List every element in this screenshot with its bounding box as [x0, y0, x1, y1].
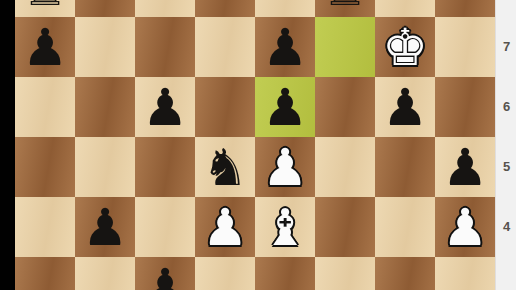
black-rook-f8[interactable]: ♜: [315, 0, 375, 17]
square-f3[interactable]: [315, 257, 375, 290]
square-h4[interactable]: ♟: [435, 197, 495, 257]
square-a6[interactable]: [15, 77, 75, 137]
black-pawn-e7[interactable]: ♟: [255, 17, 315, 77]
square-d3[interactable]: [195, 257, 255, 290]
square-e8[interactable]: [255, 0, 315, 17]
square-f6[interactable]: [315, 77, 375, 137]
square-d5[interactable]: ♞: [195, 137, 255, 197]
square-g6[interactable]: ♟: [375, 77, 435, 137]
square-f7[interactable]: [315, 17, 375, 77]
square-d7[interactable]: [195, 17, 255, 77]
black-pawn-g6[interactable]: ♟: [375, 77, 435, 137]
square-e6[interactable]: ♟: [255, 77, 315, 137]
rank-label-6: 6: [496, 99, 516, 114]
square-a5[interactable]: [15, 137, 75, 197]
square-a8[interactable]: ♜: [15, 0, 75, 17]
square-g3[interactable]: [375, 257, 435, 290]
square-g5[interactable]: [375, 137, 435, 197]
chess-board[interactable]: ♜♜♟♟♚♟♟♟♞♟♟♟♟♝♟♟: [15, 0, 495, 290]
square-e5[interactable]: ♟: [255, 137, 315, 197]
square-c3[interactable]: ♟: [135, 257, 195, 290]
square-h3[interactable]: [435, 257, 495, 290]
square-g7[interactable]: ♚: [375, 17, 435, 77]
black-pawn-a7[interactable]: ♟: [15, 17, 75, 77]
square-e7[interactable]: ♟: [255, 17, 315, 77]
square-b7[interactable]: [75, 17, 135, 77]
square-h5[interactable]: ♟: [435, 137, 495, 197]
square-g4[interactable]: [375, 197, 435, 257]
square-g8[interactable]: [375, 0, 435, 17]
board-viewport: ♜♜♟♟♚♟♟♟♞♟♟♟♟♝♟♟ 7654: [0, 0, 516, 290]
rank-label-5: 5: [496, 159, 516, 174]
black-pawn-c3[interactable]: ♟: [135, 257, 195, 290]
square-c8[interactable]: [135, 0, 195, 17]
square-c4[interactable]: [135, 197, 195, 257]
square-h6[interactable]: [435, 77, 495, 137]
rank-label-4: 4: [496, 219, 516, 234]
square-d8[interactable]: [195, 0, 255, 17]
letterbox-strip: [0, 0, 13, 290]
square-h8[interactable]: [435, 0, 495, 17]
square-b6[interactable]: [75, 77, 135, 137]
square-a7[interactable]: ♟: [15, 17, 75, 77]
square-f8[interactable]: ♜: [315, 0, 375, 17]
square-a4[interactable]: [15, 197, 75, 257]
rank-coordinates-gutter: 7654: [495, 0, 516, 290]
black-pawn-c6[interactable]: ♟: [135, 77, 195, 137]
square-f5[interactable]: [315, 137, 375, 197]
square-b8[interactable]: [75, 0, 135, 17]
square-b3[interactable]: [75, 257, 135, 290]
rank-label-7: 7: [496, 39, 516, 54]
black-rook-a8[interactable]: ♜: [15, 0, 75, 17]
white-bishop-e4[interactable]: ♝: [255, 197, 315, 257]
white-pawn-d4[interactable]: ♟: [195, 197, 255, 257]
white-pawn-h4[interactable]: ♟: [435, 197, 495, 257]
square-h7[interactable]: [435, 17, 495, 77]
black-pawn-b4[interactable]: ♟: [75, 197, 135, 257]
square-d4[interactable]: ♟: [195, 197, 255, 257]
square-a3[interactable]: [15, 257, 75, 290]
square-b5[interactable]: [75, 137, 135, 197]
square-c6[interactable]: ♟: [135, 77, 195, 137]
black-pawn-h5[interactable]: ♟: [435, 137, 495, 197]
square-b4[interactable]: ♟: [75, 197, 135, 257]
square-e3[interactable]: [255, 257, 315, 290]
white-pawn-e5[interactable]: ♟: [255, 137, 315, 197]
square-f4[interactable]: [315, 197, 375, 257]
square-c7[interactable]: [135, 17, 195, 77]
black-pawn-e6[interactable]: ♟: [255, 77, 315, 137]
white-king-g7[interactable]: ♚: [375, 17, 435, 77]
black-knight-d5[interactable]: ♞: [195, 137, 255, 197]
square-d6[interactable]: [195, 77, 255, 137]
square-c5[interactable]: [135, 137, 195, 197]
square-e4[interactable]: ♝: [255, 197, 315, 257]
